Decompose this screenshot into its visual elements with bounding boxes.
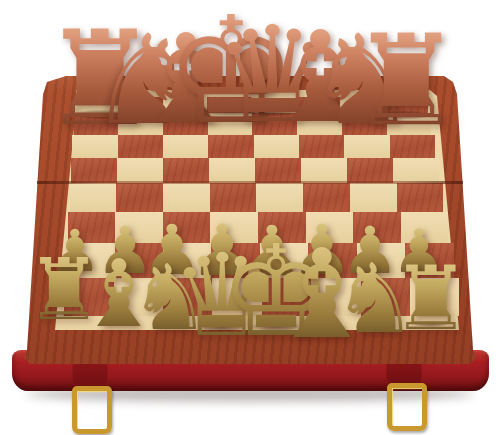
rank-row-5 [71,158,439,183]
fold-seam [37,181,463,184]
square-d4 [210,183,257,212]
square-g5 [347,158,393,183]
piece-copper-rook-h8: ♜ [350,18,462,143]
square-a4 [70,183,117,212]
chess-set-photo: ♜♞♝♚♛♝♞♜♟♟♟♟♟♟♟♟♜♝♞♛♚♝♞♜ [0,0,500,435]
square-d5 [209,158,255,183]
square-b5 [117,158,163,183]
square-f4 [303,183,350,212]
square-b4 [116,183,163,212]
piece-brass-rook-h1: ♜ [392,255,471,343]
square-a5 [71,158,117,183]
square-h4 [397,183,444,212]
square-e5 [255,158,301,183]
square-f5 [301,158,347,183]
clasp-left-icon [72,386,112,434]
clasp-left-tab [72,362,108,388]
square-c5 [163,158,209,183]
square-g4 [350,183,397,212]
square-h5 [393,158,439,183]
rank-row-4 [70,183,444,212]
square-c4 [163,183,210,212]
square-e4 [256,183,303,212]
clasp-right-icon [387,383,427,431]
